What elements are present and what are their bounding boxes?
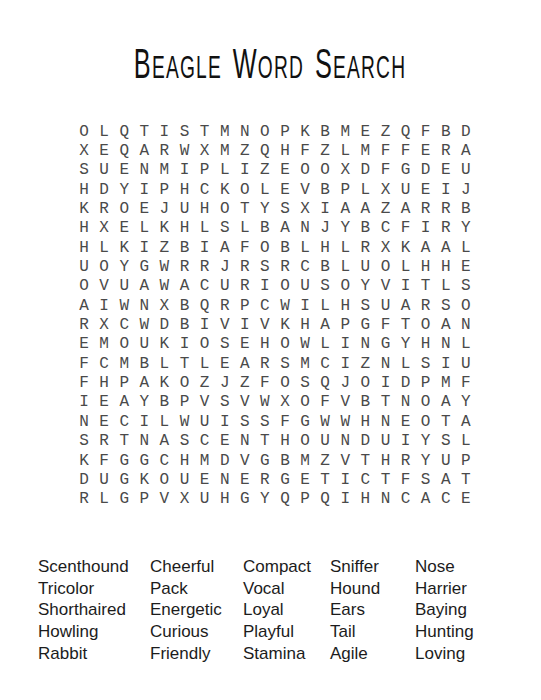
grid-cell: C: [154, 451, 174, 470]
grid-cell: T: [255, 432, 275, 451]
grid-cell: I: [375, 373, 395, 392]
grid-cell: I: [154, 122, 174, 141]
grid-cell: P: [416, 373, 436, 392]
grid-cell: I: [174, 335, 194, 354]
grid-cell: I: [235, 315, 255, 334]
grid-cell: O: [295, 161, 315, 180]
grid-cell: T: [375, 470, 395, 489]
grid-cell: S: [255, 412, 275, 431]
grid-cell: W: [295, 335, 315, 354]
word-list-column: ScenthoundTricolorShorthairedHowlingRabb…: [38, 556, 150, 665]
grid-cell: V: [235, 393, 255, 412]
grid-cell: Q: [275, 490, 295, 509]
grid-cell: Z: [235, 141, 255, 160]
grid-cell: L: [134, 219, 154, 238]
grid-cell: C: [355, 470, 375, 489]
grid-cell: I: [74, 393, 94, 412]
grid-cell: P: [275, 122, 295, 141]
grid-cell: D: [396, 373, 416, 392]
word-item: Baying: [415, 599, 525, 621]
grid-cell: L: [94, 490, 114, 509]
grid-cell: I: [255, 277, 275, 296]
grid-cell: P: [134, 490, 154, 509]
grid-cell: T: [375, 393, 395, 412]
grid-cell: T: [396, 315, 416, 334]
grid-cell: X: [195, 141, 215, 160]
grid-cell: F: [295, 141, 315, 160]
grid-cell: K: [295, 122, 315, 141]
grid-cell: A: [134, 373, 154, 392]
grid-cell: H: [275, 432, 295, 451]
grid-cell: S: [436, 432, 456, 451]
grid-cell: T: [174, 354, 194, 373]
grid-cell: A: [154, 432, 174, 451]
grid-cell: H: [215, 490, 235, 509]
grid-cell: V: [295, 180, 315, 199]
word-item: Agile: [330, 643, 415, 665]
grid-cell: T: [235, 199, 255, 218]
grid-cell: R: [94, 432, 114, 451]
grid-cell: D: [74, 470, 94, 489]
grid-cell: V: [335, 393, 355, 412]
grid-cell: O: [114, 199, 134, 218]
grid-cell: T: [315, 470, 335, 489]
grid-cell: E: [275, 161, 295, 180]
word-item: Stamina: [243, 643, 330, 665]
grid-cell: M: [436, 373, 456, 392]
grid-cell: S: [174, 122, 194, 141]
grid-cell: K: [74, 199, 94, 218]
grid-cell: I: [335, 490, 355, 509]
grid-cell: W: [174, 141, 194, 160]
grid-cell: P: [456, 451, 476, 470]
grid-cell: F: [375, 315, 395, 334]
grid-cell: X: [94, 315, 114, 334]
grid-cell: H: [436, 257, 456, 276]
grid-cell: X: [275, 393, 295, 412]
grid-cell: I: [134, 238, 154, 257]
grid-cell: S: [235, 412, 255, 431]
grid-cell: W: [275, 296, 295, 315]
grid-cell: C: [195, 277, 215, 296]
grid-cell: W: [335, 412, 355, 431]
grid-cell: A: [74, 296, 94, 315]
grid-cell: R: [436, 219, 456, 238]
grid-cell: K: [154, 373, 174, 392]
grid-cell: J: [215, 257, 235, 276]
grid-cell: U: [375, 432, 395, 451]
word-item: Loving: [415, 643, 525, 665]
grid-cell: S: [215, 335, 235, 354]
grid-cell: A: [355, 199, 375, 218]
grid-cell: S: [215, 393, 235, 412]
grid-cell: L: [456, 335, 476, 354]
grid-cell: H: [94, 373, 114, 392]
word-item: Pack: [150, 578, 243, 600]
grid-cell: H: [74, 219, 94, 238]
worksheet-page: BeagleWordSearch OLQTISTMNOPKBMEZQFBDXEQ…: [0, 0, 541, 700]
grid-cell: F: [94, 451, 114, 470]
grid-cell: S: [315, 277, 335, 296]
word-item: Nose: [415, 556, 525, 578]
grid-cell: O: [94, 257, 114, 276]
grid-cell: A: [436, 238, 456, 257]
grid-cell: N: [456, 315, 476, 334]
grid-cell: H: [315, 238, 335, 257]
grid-cell: M: [215, 122, 235, 141]
grid-cell: P: [114, 373, 134, 392]
grid-cell: H: [74, 180, 94, 199]
grid-cell: I: [335, 470, 355, 489]
grid-cell: O: [255, 238, 275, 257]
grid-cell: N: [396, 393, 416, 412]
grid-cell: P: [295, 490, 315, 509]
grid-cell: N: [295, 219, 315, 238]
grid-cell: H: [275, 141, 295, 160]
grid-cell: S: [215, 219, 235, 238]
grid-cell: Y: [114, 257, 134, 276]
grid-cell: I: [134, 180, 154, 199]
grid-cell: S: [74, 432, 94, 451]
grid-cell: M: [355, 141, 375, 160]
page-title-text: BeagleWordSearch: [134, 40, 406, 91]
grid-cell: O: [154, 470, 174, 489]
grid-cell: H: [295, 315, 315, 334]
grid-cell: W: [154, 257, 174, 276]
grid-cell: I: [396, 277, 416, 296]
grid-cell: U: [114, 277, 134, 296]
grid-cell: R: [215, 296, 235, 315]
grid-cell: Q: [114, 141, 134, 160]
grid-cell: R: [355, 238, 375, 257]
grid-cell: B: [275, 451, 295, 470]
grid-cell: W: [255, 393, 275, 412]
grid-cell: V: [255, 315, 275, 334]
grid-cell: L: [195, 354, 215, 373]
grid-cell: S: [416, 470, 436, 489]
grid-cell: G: [396, 161, 416, 180]
grid-cell: U: [456, 161, 476, 180]
grid-cell: Y: [456, 219, 476, 238]
grid-cell: A: [396, 296, 416, 315]
grid-cell: G: [134, 451, 154, 470]
grid-cell: G: [114, 470, 134, 489]
grid-cell: O: [375, 257, 395, 276]
grid-cell: I: [94, 296, 114, 315]
grid-cell: Z: [154, 238, 174, 257]
word-item: Hound: [330, 578, 415, 600]
grid-cell: L: [396, 257, 416, 276]
grid-cell: R: [195, 257, 215, 276]
grid-cell: V: [195, 393, 215, 412]
grid-cell: O: [215, 199, 235, 218]
grid-cell: P: [335, 180, 355, 199]
word-item: Shorthaired: [38, 599, 150, 621]
grid-cell: K: [134, 470, 154, 489]
grid-cell: G: [114, 451, 134, 470]
grid-cell: A: [235, 354, 255, 373]
grid-cell: R: [255, 470, 275, 489]
grid-cell: U: [355, 257, 375, 276]
grid-cell: Z: [315, 141, 335, 160]
grid-cell: S: [436, 296, 456, 315]
grid-cell: X: [74, 141, 94, 160]
grid-cell: A: [436, 315, 456, 334]
grid-cell: C: [375, 219, 395, 238]
word-item: Ears: [330, 599, 415, 621]
grid-cell: P: [174, 393, 194, 412]
grid-cell: A: [436, 470, 456, 489]
grid-cell: R: [416, 199, 436, 218]
grid-cell: U: [215, 277, 235, 296]
grid-cell: I: [235, 161, 255, 180]
grid-cell: I: [416, 219, 436, 238]
word-item: Sniffer: [330, 556, 415, 578]
grid-cell: Y: [355, 277, 375, 296]
grid-cell: C: [295, 257, 315, 276]
grid-cell: L: [94, 122, 114, 141]
grid-cell: C: [94, 354, 114, 373]
grid-cell: R: [436, 199, 456, 218]
grid-cell: H: [174, 219, 194, 238]
grid-cell: R: [74, 490, 94, 509]
grid-cell: E: [416, 180, 436, 199]
grid-cell: X: [94, 219, 114, 238]
grid-cell: N: [215, 470, 235, 489]
grid-cell: L: [335, 141, 355, 160]
word-item: Friendly: [150, 643, 243, 665]
grid-cell: E: [114, 219, 134, 238]
grid-cell: Z: [375, 199, 395, 218]
grid-cell: W: [114, 296, 134, 315]
grid-cell: G: [375, 335, 395, 354]
grid-cell: M: [335, 122, 355, 141]
grid-cell: O: [174, 373, 194, 392]
grid-cell: Q: [255, 141, 275, 160]
grid-cell: S: [355, 296, 375, 315]
grid-cell: E: [456, 257, 476, 276]
grid-cell: Z: [315, 451, 335, 470]
grid-cell: I: [436, 180, 456, 199]
grid-cell: B: [355, 219, 375, 238]
grid-cell: W: [315, 412, 335, 431]
grid-cell: L: [456, 432, 476, 451]
grid-cell: R: [275, 257, 295, 276]
word-list-column: SnifferHoundEarsTailAgile: [330, 556, 415, 665]
grid-cell: O: [74, 277, 94, 296]
grid-cell: J: [456, 180, 476, 199]
grid-cell: F: [74, 373, 94, 392]
grid-cell: C: [436, 490, 456, 509]
grid-cell: G: [114, 490, 134, 509]
word-list-column: CompactVocalLoyalPlayfulStamina: [243, 556, 330, 665]
grid-cell: L: [154, 354, 174, 373]
grid-cell: P: [235, 296, 255, 315]
grid-cell: U: [174, 470, 194, 489]
grid-cell: T: [436, 412, 456, 431]
grid-cell: U: [396, 180, 416, 199]
grid-cell: M: [154, 161, 174, 180]
grid-cell: L: [235, 219, 255, 238]
grid-cell: Y: [456, 393, 476, 412]
grid-cell: V: [215, 315, 235, 334]
grid-cell: M: [114, 354, 134, 373]
grid-cell: Z: [195, 373, 215, 392]
grid-cell: O: [275, 335, 295, 354]
page-title: BeagleWordSearch: [0, 40, 541, 97]
grid-cell: E: [94, 141, 114, 160]
grid-cell: B: [174, 238, 194, 257]
grid-cell: E: [114, 161, 134, 180]
grid-cell: T: [134, 122, 154, 141]
grid-cell: G: [235, 490, 255, 509]
grid-cell: F: [396, 470, 416, 489]
grid-cell: K: [114, 238, 134, 257]
grid-cell: N: [134, 432, 154, 451]
grid-cell: G: [255, 451, 275, 470]
grid-cell: I: [396, 432, 416, 451]
grid-cell: G: [275, 470, 295, 489]
grid-cell: I: [195, 315, 215, 334]
grid-cell: S: [275, 354, 295, 373]
grid-cell: U: [174, 199, 194, 218]
grid-cell: W: [154, 277, 174, 296]
grid-cell: E: [94, 393, 114, 412]
grid-cell: N: [235, 122, 255, 141]
grid-cell: A: [416, 490, 436, 509]
word-item: Tail: [330, 621, 415, 643]
grid-cell: H: [174, 451, 194, 470]
grid-cell: D: [416, 161, 436, 180]
word-item: Hunting: [415, 621, 525, 643]
grid-cell: B: [355, 393, 375, 412]
grid-cell: A: [215, 238, 235, 257]
grid-cell: Q: [315, 490, 335, 509]
grid-cell: I: [134, 412, 154, 431]
grid-cell: E: [94, 412, 114, 431]
grid-cell: J: [215, 373, 235, 392]
grid-cell: K: [215, 180, 235, 199]
grid-cell: T: [195, 122, 215, 141]
grid-cell: N: [134, 296, 154, 315]
grid-cell: A: [114, 393, 134, 412]
grid-cell: B: [315, 257, 335, 276]
grid-cell: K: [396, 238, 416, 257]
grid-cell: H: [416, 257, 436, 276]
grid-cell: C: [315, 354, 335, 373]
word-item: Energetic: [150, 599, 243, 621]
grid-cell: I: [436, 354, 456, 373]
grid-cell: X: [174, 490, 194, 509]
grid-cell: L: [335, 238, 355, 257]
grid-cell: O: [195, 335, 215, 354]
grid-cell: U: [134, 335, 154, 354]
grid-cell: X: [375, 238, 395, 257]
grid-cell: L: [456, 238, 476, 257]
grid-cell: M: [94, 335, 114, 354]
grid-cell: T: [114, 432, 134, 451]
grid-cell: E: [235, 470, 255, 489]
grid-cell: C: [195, 432, 215, 451]
grid-cell: U: [315, 432, 335, 451]
grid-cell: U: [195, 490, 215, 509]
word-item: Harrier: [415, 578, 525, 600]
grid-cell: F: [315, 393, 335, 412]
grid-cell: B: [456, 199, 476, 218]
grid-cell: H: [335, 296, 355, 315]
word-item: Cheerful: [150, 556, 243, 578]
grid-cell: L: [396, 354, 416, 373]
grid-cell: A: [416, 238, 436, 257]
grid-cell: N: [375, 354, 395, 373]
grid-cell: M: [195, 451, 215, 470]
grid-cell: C: [255, 296, 275, 315]
word-item: Howling: [38, 621, 150, 643]
grid-cell: O: [114, 335, 134, 354]
word-list-column: CheerfulPackEnergeticCuriousFriendly: [150, 556, 243, 665]
grid-cell: F: [255, 373, 275, 392]
title-word: Word: [233, 40, 304, 91]
grid-cell: J: [335, 373, 355, 392]
word-list: ScenthoundTricolorShorthairedHowlingRabb…: [38, 556, 525, 665]
grid-cell: O: [295, 393, 315, 412]
grid-cell: Z: [255, 161, 275, 180]
grid-cell: U: [195, 412, 215, 431]
title-word: Beagle: [134, 40, 222, 91]
grid-cell: X: [295, 199, 315, 218]
grid-cell: H: [416, 335, 436, 354]
grid-cell: G: [134, 257, 154, 276]
grid-cell: M: [295, 451, 315, 470]
grid-cell: D: [355, 432, 375, 451]
grid-cell: R: [255, 354, 275, 373]
grid-cell: X: [154, 296, 174, 315]
title-word: Search: [315, 40, 406, 91]
grid-cell: P: [154, 180, 174, 199]
grid-cell: O: [355, 373, 375, 392]
grid-cell: O: [255, 122, 275, 141]
grid-cell: X: [375, 180, 395, 199]
grid-cell: W: [174, 412, 194, 431]
grid-cell: K: [275, 315, 295, 334]
grid-cell: T: [416, 277, 436, 296]
grid-cell: K: [74, 451, 94, 470]
grid-cell: U: [74, 257, 94, 276]
grid-cell: Y: [335, 219, 355, 238]
grid-cell: I: [295, 296, 315, 315]
grid-cell: U: [94, 470, 114, 489]
grid-cell: V: [235, 451, 255, 470]
grid-cell: Y: [255, 199, 275, 218]
grid-cell: D: [94, 180, 114, 199]
grid-cell: Q: [114, 122, 134, 141]
grid-cell: N: [235, 432, 255, 451]
grid-cell: O: [74, 122, 94, 141]
grid-cell: D: [355, 161, 375, 180]
grid-cell: B: [174, 296, 194, 315]
grid-cell: R: [174, 257, 194, 276]
grid-cell: N: [355, 335, 375, 354]
grid-cell: M: [215, 141, 235, 160]
grid-cell: S: [456, 277, 476, 296]
grid-cell: R: [235, 277, 255, 296]
grid-cell: M: [295, 354, 315, 373]
grid-cell: B: [275, 238, 295, 257]
grid-cell: A: [275, 219, 295, 238]
word-search-grid: OLQTISTMNOPKBMEZQFBDXEQARWXMZQHFZLMFFERA…: [74, 122, 476, 509]
grid-cell: B: [154, 393, 174, 412]
grid-cell: E: [416, 141, 436, 160]
